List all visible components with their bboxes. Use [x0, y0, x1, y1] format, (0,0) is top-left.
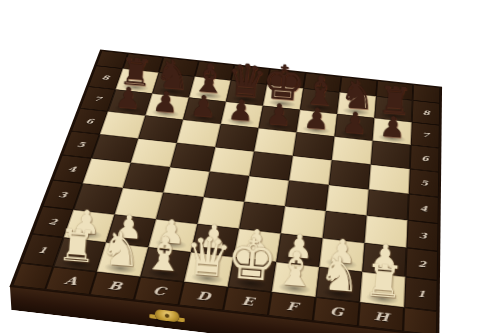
- rank-label-6-left-text: 6: [85, 117, 95, 125]
- perspective-wrapper: 8♜♞♝♛♚♝♞♜87♟♟♟♟♟♟♟♟7665544332♟♟♟♟♟♟♟♟21♜…: [29, 0, 470, 333]
- file-label-f: F: [268, 292, 316, 321]
- rank-label-5-left-text: 5: [76, 140, 86, 149]
- square-f5: [289, 156, 332, 185]
- piece-shadow: [233, 276, 268, 290]
- file-label-d: D: [179, 282, 228, 311]
- rank-label-7-right: 7: [411, 122, 440, 148]
- rank-label-5-right: 5: [409, 169, 439, 197]
- file-label-a-text: A: [63, 274, 79, 288]
- square-f7: ♟: [296, 110, 337, 137]
- piece-shadow: [325, 257, 358, 271]
- file-label-d-text: D: [195, 289, 211, 303]
- rank-label-5-right-text: 5: [420, 178, 428, 187]
- square-g6: [332, 136, 373, 164]
- square-g5: [329, 160, 371, 189]
- file-label-b-text: B: [107, 279, 124, 293]
- square-g2: ♟: [319, 238, 364, 272]
- square-f1: ♝: [272, 262, 320, 297]
- piece-shadow: [146, 266, 181, 280]
- square-e5: [249, 151, 293, 180]
- square-c1: ♝: [140, 247, 191, 282]
- file-label-g: G: [313, 297, 360, 326]
- square-e1: ♚: [228, 257, 277, 292]
- square-c2: ♟: [148, 219, 197, 252]
- rank-label-2-right: 2: [405, 248, 438, 281]
- square-f4: [285, 180, 329, 210]
- rank-label-7-left-text: 7: [93, 95, 103, 103]
- rank-label-1-right: 1: [404, 277, 438, 311]
- square-e3: [239, 202, 285, 234]
- piece-shadow: [321, 286, 355, 301]
- square-c4: [163, 167, 209, 197]
- rank-label-8-right-text: 8: [422, 109, 429, 117]
- rank-label-4-right: 4: [408, 194, 439, 224]
- square-c6: [177, 120, 221, 147]
- rank-label-3-right: 3: [407, 220, 439, 251]
- rank-label-8-left-text: 8: [101, 74, 110, 82]
- square-g4: [326, 185, 369, 216]
- square-d6: [215, 124, 258, 152]
- chess-board: 8♜♞♝♛♚♝♞♜87♟♟♟♟♟♟♟♟7665544332♟♟♟♟♟♟♟♟21♜…: [12, 51, 440, 333]
- square-h5: [369, 164, 410, 193]
- square-g3: [323, 211, 367, 243]
- rank-label-2-right-text: 2: [418, 259, 426, 269]
- rank-label-3-right-text: 3: [419, 231, 427, 241]
- brass-clasp-icon: [154, 309, 179, 322]
- rank-label-8-right: 8: [412, 100, 440, 125]
- board-frame-segment: [403, 307, 437, 333]
- chess-set-scene: 8♜♞♝♛♚♝♞♜87♟♟♟♟♟♟♟♟7665544332♟♟♟♟♟♟♟♟21♜…: [0, 0, 500, 333]
- rank-label-1-left-text: 1: [37, 245, 49, 255]
- square-a4: [83, 158, 131, 188]
- file-label-c-text: C: [151, 284, 166, 298]
- square-e2: ♟: [234, 229, 281, 262]
- file-label-e-text: E: [241, 294, 255, 308]
- square-c5: [170, 143, 215, 172]
- square-h1: ♜: [360, 272, 406, 308]
- square-d4: [204, 172, 250, 202]
- square-f6: [293, 132, 335, 160]
- file-label-h-text: H: [373, 309, 389, 323]
- file-label-c: C: [134, 277, 184, 305]
- file-label-h: H: [358, 302, 404, 331]
- square-d5: [210, 147, 254, 176]
- rank-label-1-right-text: 1: [417, 288, 426, 299]
- square-h4: [367, 189, 409, 220]
- file-label-a: A: [45, 267, 96, 295]
- square-d3: [197, 197, 244, 229]
- square-h2: ♟: [362, 243, 406, 277]
- square-f2: ♟: [276, 233, 322, 266]
- square-d2: ♟: [191, 224, 239, 257]
- file-label-f-text: F: [286, 299, 299, 313]
- square-h6: [371, 141, 411, 169]
- piece-shadow: [111, 232, 146, 246]
- piece-shadow: [154, 237, 188, 251]
- file-label-e: E: [223, 287, 271, 316]
- square-d1: ♛: [184, 252, 234, 287]
- rank-label-4-right-text: 4: [419, 204, 427, 213]
- square-a2: ♟: [64, 210, 115, 243]
- rank-label-6-right: 6: [410, 145, 440, 172]
- chess-set-photo: 8♜♞♝♛♚♝♞♜87♟♟♟♟♟♟♟♟7665544332♟♟♟♟♟♟♟♟21♜…: [0, 0, 500, 333]
- rank-label-7-right-text: 7: [422, 131, 429, 139]
- file-label-b: B: [90, 272, 141, 300]
- rank-label-4-left-text: 4: [67, 164, 78, 173]
- rank-label-3-left-text: 3: [57, 190, 68, 199]
- rank-label-2-left-text: 2: [47, 217, 58, 227]
- file-label-g-text: G: [329, 304, 344, 318]
- rank-label-6-right-text: 6: [421, 154, 429, 163]
